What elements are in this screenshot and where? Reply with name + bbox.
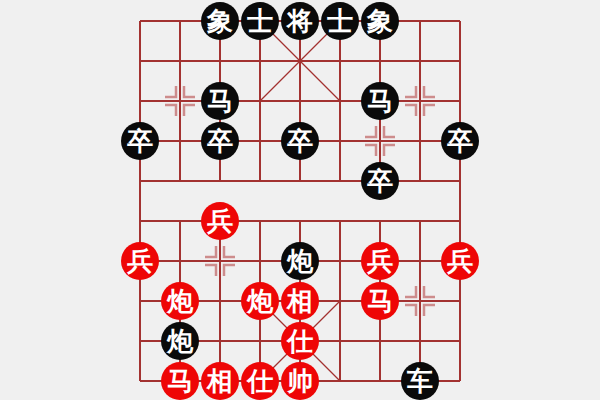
red-elephant[interactable]: 相	[201, 362, 239, 400]
red-soldier[interactable]: 兵	[201, 202, 239, 240]
board-grid: 象士将士象马马卒卒卒卒卒兵兵炮兵兵炮炮相马炮仕马相仕帅车	[120, 1, 480, 400]
red-soldier[interactable]: 兵	[361, 242, 399, 280]
red-advisor[interactable]: 仕	[241, 362, 279, 400]
black-cannon[interactable]: 炮	[281, 242, 319, 280]
red-elephant[interactable]: 相	[281, 282, 319, 320]
red-horse[interactable]: 马	[361, 282, 399, 320]
black-soldier[interactable]: 卒	[361, 162, 399, 200]
black-general[interactable]: 将	[281, 2, 319, 40]
black-advisor[interactable]: 士	[321, 2, 359, 40]
black-elephant[interactable]: 象	[361, 2, 399, 40]
black-soldier[interactable]: 卒	[281, 122, 319, 160]
red-soldier[interactable]: 兵	[441, 242, 479, 280]
black-soldier[interactable]: 卒	[121, 122, 159, 160]
red-cannon[interactable]: 炮	[241, 282, 279, 320]
red-cannon[interactable]: 炮	[161, 282, 199, 320]
black-soldier[interactable]: 卒	[201, 122, 239, 160]
black-horse[interactable]: 马	[201, 82, 239, 120]
red-advisor[interactable]: 仕	[281, 322, 319, 360]
black-soldier[interactable]: 卒	[441, 122, 479, 160]
xiangqi-board: 象士将士象马马卒卒卒卒卒兵兵炮兵兵炮炮相马炮仕马相仕帅车	[0, 0, 600, 400]
red-horse[interactable]: 马	[161, 362, 199, 400]
red-soldier[interactable]: 兵	[121, 242, 159, 280]
black-advisor[interactable]: 士	[241, 2, 279, 40]
black-cannon[interactable]: 炮	[161, 322, 199, 360]
black-chariot[interactable]: 车	[401, 362, 439, 400]
black-horse[interactable]: 马	[361, 82, 399, 120]
red-general[interactable]: 帅	[281, 362, 319, 400]
black-elephant[interactable]: 象	[201, 2, 239, 40]
